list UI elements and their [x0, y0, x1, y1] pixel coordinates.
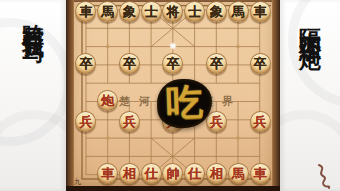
piece-black-pawn[interactable]: 卒	[206, 53, 227, 74]
piece-black-pawn[interactable]: 卒	[162, 53, 183, 74]
piece-black-pawn[interactable]: 卒	[119, 53, 140, 74]
piece-black-horse[interactable]: 馬	[228, 1, 249, 22]
piece-red-cannon[interactable]: 炮	[97, 90, 118, 111]
watermark-swirl	[0, 110, 66, 191]
piece-red-elephant[interactable]: 相	[206, 163, 227, 184]
piece-red-pawn[interactable]: 兵	[119, 111, 140, 132]
file-number-label: 九	[74, 177, 81, 187]
left-caption-banner: 跨日偷我一马	[0, 0, 66, 191]
board-frame-bottom	[66, 186, 280, 191]
piece-black-elephant[interactable]: 象	[206, 1, 227, 22]
board-frame-right	[272, 0, 280, 191]
river-label-chu-he: 楚河	[119, 94, 159, 109]
piece-red-pawn[interactable]: 兵	[206, 111, 227, 132]
piece-red-rook[interactable]: 車	[250, 163, 271, 184]
piece-black-horse[interactable]: 馬	[97, 1, 118, 22]
piece-black-advisor[interactable]: 士	[184, 1, 205, 22]
sparkle-effect	[169, 42, 177, 50]
left-caption-text: 跨日偷我一马	[18, 6, 48, 30]
board-frame-left	[66, 0, 74, 191]
piece-red-advisor[interactable]: 仕	[184, 163, 205, 184]
piece-red-rook[interactable]: 車	[97, 163, 118, 184]
piece-black-general[interactable]: 将	[162, 1, 183, 22]
right-caption-text: 隔山还你一炮	[295, 11, 325, 35]
piece-black-elephant[interactable]: 象	[119, 1, 140, 22]
signature-mark	[313, 162, 337, 190]
piece-black-pawn[interactable]: 卒	[75, 53, 96, 74]
piece-red-pawn[interactable]: 兵	[75, 111, 96, 132]
piece-red-horse[interactable]: 馬	[228, 163, 249, 184]
piece-red-elephant[interactable]: 相	[119, 163, 140, 184]
piece-black-advisor[interactable]: 士	[141, 1, 162, 22]
piece-black-rook[interactable]: 車	[75, 1, 96, 22]
video-thumbnail-page: 跨日偷我一马	[0, 0, 340, 191]
piece-black-rook[interactable]: 車	[250, 1, 271, 22]
capture-stamp-text: 吃	[165, 77, 204, 128]
piece-red-general[interactable]: 帥	[162, 163, 183, 184]
right-caption-banner: 隔山还你一炮	[280, 0, 340, 191]
piece-red-pawn[interactable]: 兵	[250, 111, 271, 132]
xiangqi-board[interactable]: 楚河 漢界 車馬象士将士象馬車卒卒卒卒卒炮兵兵兵兵兵車相仕帥仕相馬車 吃 九	[66, 0, 280, 191]
piece-black-pawn[interactable]: 卒	[250, 53, 271, 74]
piece-red-advisor[interactable]: 仕	[141, 163, 162, 184]
